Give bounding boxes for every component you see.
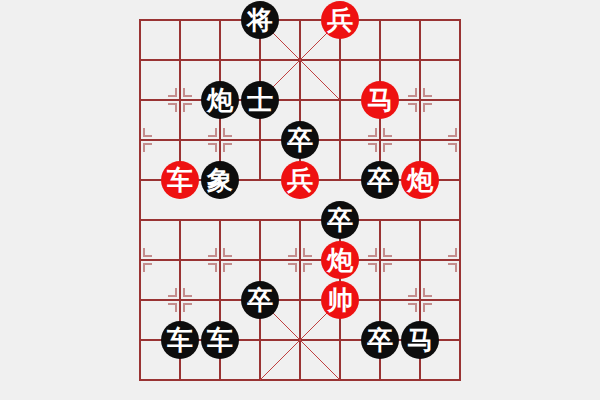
xiangqi-diagram: 将兵炮士马卒车象兵卒炮卒炮卒帅车车卒马 <box>0 0 600 400</box>
piece-black-chariot[interactable]: 车 <box>201 321 239 359</box>
piece-black-advisor[interactable]: 士 <box>241 81 279 119</box>
piece-red-horse[interactable]: 马 <box>361 81 399 119</box>
piece-black-chariot[interactable]: 车 <box>161 321 199 359</box>
piece-black-soldier[interactable]: 卒 <box>361 321 399 359</box>
xiangqi-board: 将兵炮士马卒车象兵卒炮卒炮卒帅车车卒马 <box>120 0 480 400</box>
piece-black-cannon[interactable]: 炮 <box>201 81 239 119</box>
piece-red-general[interactable]: 帅 <box>321 281 359 319</box>
piece-black-horse[interactable]: 马 <box>401 321 439 359</box>
piece-red-soldier[interactable]: 兵 <box>281 161 319 199</box>
piece-black-soldier[interactable]: 卒 <box>281 121 319 159</box>
piece-black-soldier[interactable]: 卒 <box>241 281 279 319</box>
piece-red-soldier[interactable]: 兵 <box>321 1 359 39</box>
piece-black-elephant[interactable]: 象 <box>201 161 239 199</box>
piece-black-soldier[interactable]: 卒 <box>361 161 399 199</box>
piece-red-cannon[interactable]: 炮 <box>321 241 359 279</box>
piece-red-cannon[interactable]: 炮 <box>401 161 439 199</box>
piece-red-chariot[interactable]: 车 <box>161 161 199 199</box>
piece-black-soldier[interactable]: 卒 <box>321 201 359 239</box>
piece-black-general[interactable]: 将 <box>241 1 279 39</box>
